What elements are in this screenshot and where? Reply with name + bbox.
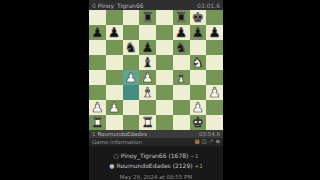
square-b4[interactable] xyxy=(106,70,123,85)
black-rating-delta: +1 xyxy=(195,163,203,169)
square-b3[interactable] xyxy=(106,85,123,100)
black-player-label: RoumundoEdades (2129) xyxy=(117,162,193,169)
square-f4[interactable]: ♝ xyxy=(173,70,190,85)
square-e7[interactable] xyxy=(156,25,173,40)
square-g7[interactable]: ♟ xyxy=(190,25,207,40)
square-f7[interactable]: ♟ xyxy=(173,25,190,40)
black-king: ♚ xyxy=(192,11,204,25)
black-knight: ♞ xyxy=(125,41,137,55)
square-a6[interactable] xyxy=(89,40,106,55)
black-pawn: ♟ xyxy=(142,41,154,55)
black-player-line[interactable]: ● RoumundoEdades (2129) +1 xyxy=(109,162,202,169)
square-c1[interactable] xyxy=(123,115,140,130)
top-player-name: Pinoy_Tigran66 xyxy=(98,2,144,9)
square-d1[interactable]: ♜ xyxy=(139,115,156,130)
white-rook: ♜ xyxy=(142,116,154,130)
black-pawn: ♟ xyxy=(175,26,187,40)
black-bishop: ♝ xyxy=(142,56,154,70)
square-a7[interactable]: ♟ xyxy=(89,25,106,40)
top-player-score: 0 xyxy=(92,2,96,9)
square-b8[interactable] xyxy=(106,10,123,25)
game-information-panel: ○ Pinoy_Tigran66 (1678) −1 ● RoumundoEda… xyxy=(89,146,223,180)
white-player-line[interactable]: ○ Pinoy_Tigran66 (1678) −1 xyxy=(114,152,199,159)
white-pawn: ♟ xyxy=(209,86,221,100)
white-pawn: ♟ xyxy=(91,101,103,115)
game-information-icons: ▦◫↗≡ xyxy=(194,139,220,145)
square-e5[interactable] xyxy=(156,55,173,70)
square-b7[interactable]: ♟ xyxy=(106,25,123,40)
white-bishop: ♝ xyxy=(142,86,154,100)
bottom-player-bar: 1 RoumundoEdades 03:54.8 xyxy=(89,130,223,138)
black-pawn: ♟ xyxy=(91,26,103,40)
square-d8[interactable]: ♜ xyxy=(139,10,156,25)
bottom-player-score: 1 xyxy=(92,131,96,137)
square-f5[interactable] xyxy=(173,55,190,70)
top-player-bar: 0 Pinoy_Tigran66 03:01.6 xyxy=(89,0,223,10)
black-rook: ♜ xyxy=(142,11,154,25)
black-knight: ♞ xyxy=(175,41,187,55)
square-f2[interactable] xyxy=(173,100,190,115)
square-h8[interactable] xyxy=(206,10,223,25)
square-e1[interactable] xyxy=(156,115,173,130)
game-information-header: Game information ▦◫↗≡ xyxy=(89,138,223,146)
analysis-icon[interactable]: ▦ xyxy=(194,139,199,145)
black-pawn: ♟ xyxy=(108,26,120,40)
copy-icon[interactable]: ◫ xyxy=(202,139,207,145)
square-c3[interactable] xyxy=(123,85,140,100)
square-b5[interactable] xyxy=(106,55,123,70)
square-h6[interactable] xyxy=(206,40,223,55)
square-g4[interactable] xyxy=(190,70,207,85)
square-b2[interactable]: ♟ xyxy=(106,100,123,115)
square-f6[interactable]: ♞ xyxy=(173,40,190,55)
black-rook: ♜ xyxy=(175,11,187,25)
chess-board: ♜♜♚♟♟♟♟♟♞♟♞♝♞♟♟♝♝♟♟♟♟♜♜♚ xyxy=(89,10,223,130)
square-h2[interactable] xyxy=(206,100,223,115)
square-d7[interactable] xyxy=(139,25,156,40)
square-c2[interactable] xyxy=(123,100,140,115)
bottom-player-clock: 03:54.8 xyxy=(199,131,220,137)
white-pawn: ♟ xyxy=(142,71,154,85)
black-disc-icon: ● xyxy=(109,162,114,169)
white-pawn: ♟ xyxy=(125,71,137,85)
white-rook: ♜ xyxy=(91,116,103,130)
square-c6[interactable]: ♞ xyxy=(123,40,140,55)
white-player-label: Pinoy_Tigran66 (1678) xyxy=(121,152,189,159)
square-b1[interactable] xyxy=(106,115,123,130)
letterbox-stage: 0 Pinoy_Tigran66 03:01.6 ♜♜♚♟♟♟♟♟♞♟♞♝♞♟♟… xyxy=(0,0,320,180)
square-g2[interactable]: ♟ xyxy=(190,100,207,115)
square-g6[interactable] xyxy=(190,40,207,55)
white-king: ♚ xyxy=(192,116,204,130)
game-date: May 29, 2024 at 08:55 PM xyxy=(120,174,192,180)
white-disc-icon: ○ xyxy=(114,152,119,159)
square-a2[interactable]: ♟ xyxy=(89,100,106,115)
square-a5[interactable] xyxy=(89,55,106,70)
square-f8[interactable]: ♜ xyxy=(173,10,190,25)
white-bishop: ♝ xyxy=(175,71,187,85)
square-g5[interactable]: ♞ xyxy=(190,55,207,70)
square-c4[interactable]: ♟ xyxy=(123,70,140,85)
square-d3[interactable]: ♝ xyxy=(139,85,156,100)
white-knight: ♞ xyxy=(192,56,204,70)
square-a4[interactable] xyxy=(89,70,106,85)
black-pawn: ♟ xyxy=(192,26,204,40)
square-h4[interactable] xyxy=(206,70,223,85)
black-pawn: ♟ xyxy=(209,26,221,40)
game-information-title: Game information xyxy=(92,139,142,145)
square-f1[interactable] xyxy=(173,115,190,130)
square-f3[interactable] xyxy=(173,85,190,100)
app-window: 0 Pinoy_Tigran66 03:01.6 ♜♜♚♟♟♟♟♟♞♟♞♝♞♟♟… xyxy=(89,0,223,180)
bottom-player-name: RoumundoEdades xyxy=(98,131,148,137)
square-d2[interactable] xyxy=(139,100,156,115)
square-e8[interactable] xyxy=(156,10,173,25)
square-e3[interactable] xyxy=(156,85,173,100)
square-h3[interactable]: ♟ xyxy=(206,85,223,100)
square-h1[interactable] xyxy=(206,115,223,130)
square-e4[interactable] xyxy=(156,70,173,85)
square-h7[interactable]: ♟ xyxy=(206,25,223,40)
square-g8[interactable]: ♚ xyxy=(190,10,207,25)
menu-icon[interactable]: ≡ xyxy=(215,139,220,145)
square-c7[interactable] xyxy=(123,25,140,40)
square-a3[interactable] xyxy=(89,85,106,100)
square-g1[interactable]: ♚ xyxy=(190,115,207,130)
square-g3[interactable] xyxy=(190,85,207,100)
square-h5[interactable] xyxy=(206,55,223,70)
share-icon[interactable]: ↗ xyxy=(209,139,214,145)
square-b6[interactable] xyxy=(106,40,123,55)
square-d5[interactable]: ♝ xyxy=(139,55,156,70)
square-c8[interactable] xyxy=(123,10,140,25)
square-d4[interactable]: ♟ xyxy=(139,70,156,85)
white-pawn: ♟ xyxy=(108,101,120,115)
square-e2[interactable] xyxy=(156,100,173,115)
white-pawn: ♟ xyxy=(192,101,204,115)
top-player-clock: 03:01.6 xyxy=(197,2,220,9)
square-a1[interactable]: ♜ xyxy=(89,115,106,130)
square-d6[interactable]: ♟ xyxy=(139,40,156,55)
square-a8[interactable] xyxy=(89,10,106,25)
square-c5[interactable] xyxy=(123,55,140,70)
white-rating-delta: −1 xyxy=(190,153,198,159)
square-e6[interactable] xyxy=(156,40,173,55)
